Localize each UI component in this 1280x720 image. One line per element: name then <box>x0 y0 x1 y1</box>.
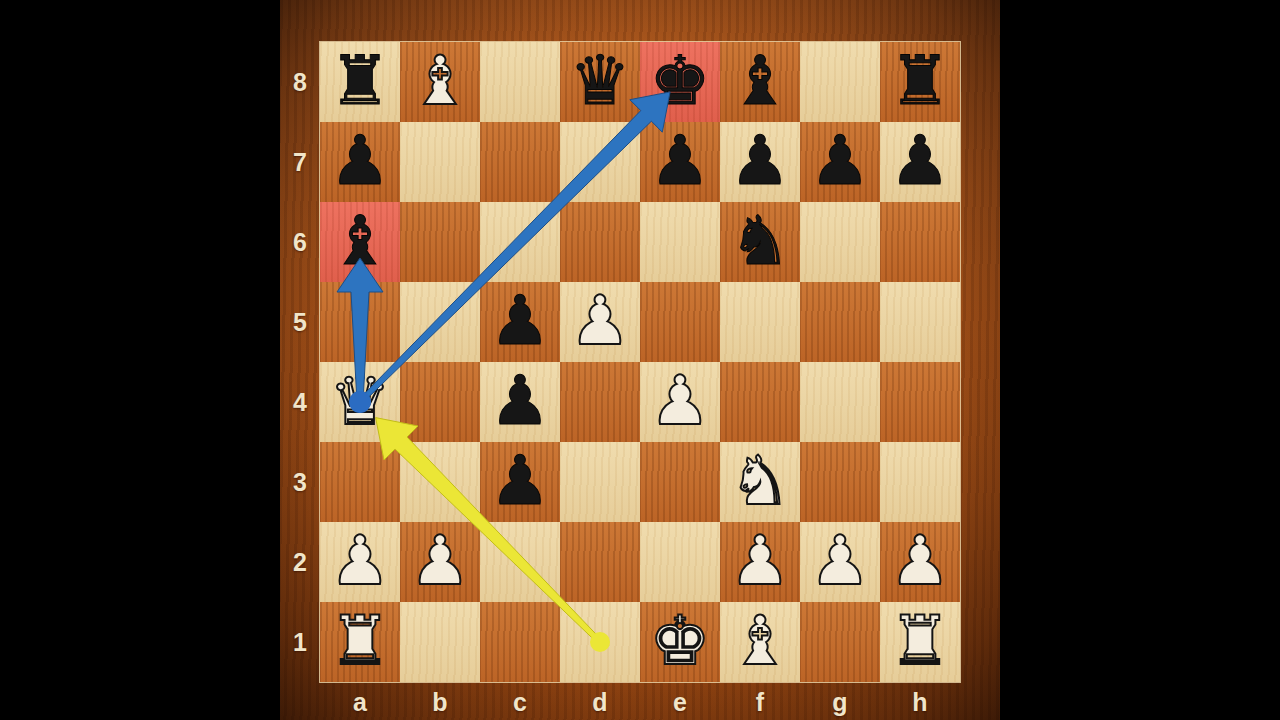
rank-label-4: 4 <box>293 388 307 417</box>
black-rook[interactable]: ♜ <box>880 42 960 122</box>
white-rook[interactable]: ♜ <box>880 602 960 682</box>
square-b7[interactable] <box>400 122 480 202</box>
file-label-g: g <box>832 688 847 717</box>
black-pawn[interactable]: ♟ <box>320 122 400 202</box>
square-d4[interactable] <box>560 362 640 442</box>
square-e5[interactable] <box>640 282 720 362</box>
square-g6[interactable] <box>800 202 880 282</box>
square-d3[interactable] <box>560 442 640 522</box>
square-g8[interactable] <box>800 42 880 122</box>
square-d1[interactable] <box>560 602 640 682</box>
square-b1[interactable] <box>400 602 480 682</box>
square-d6[interactable] <box>560 202 640 282</box>
square-f3[interactable]: ♞ <box>720 442 800 522</box>
video-frame: ♜♝♛♚♝♜♟♟♟♟♟♝♞♟♟♛♟♟♟♞♟♟♟♟♟♜♚♝♜ 87654321ab… <box>0 0 1280 720</box>
square-f7[interactable]: ♟ <box>720 122 800 202</box>
file-label-e: e <box>673 688 687 717</box>
white-knight[interactable]: ♞ <box>720 442 800 522</box>
square-a1[interactable]: ♜ <box>320 602 400 682</box>
white-pawn[interactable]: ♟ <box>400 522 480 602</box>
square-d8[interactable]: ♛ <box>560 42 640 122</box>
black-queen[interactable]: ♛ <box>560 42 640 122</box>
file-label-d: d <box>592 688 607 717</box>
square-a4[interactable]: ♛ <box>320 362 400 442</box>
white-pawn[interactable]: ♟ <box>880 522 960 602</box>
square-f6[interactable]: ♞ <box>720 202 800 282</box>
white-rook[interactable]: ♜ <box>320 602 400 682</box>
black-king[interactable]: ♚ <box>640 42 720 122</box>
square-b8[interactable]: ♝ <box>400 42 480 122</box>
square-c5[interactable]: ♟ <box>480 282 560 362</box>
square-g4[interactable] <box>800 362 880 442</box>
black-pawn[interactable]: ♟ <box>480 282 560 362</box>
rank-label-2: 2 <box>293 548 307 577</box>
file-label-h: h <box>912 688 927 717</box>
square-a7[interactable]: ♟ <box>320 122 400 202</box>
file-label-c: c <box>513 688 527 717</box>
square-b5[interactable] <box>400 282 480 362</box>
square-a3[interactable] <box>320 442 400 522</box>
black-pawn[interactable]: ♟ <box>480 362 560 442</box>
file-label-f: f <box>756 688 764 717</box>
square-f2[interactable]: ♟ <box>720 522 800 602</box>
square-e8[interactable]: ♚ <box>640 42 720 122</box>
rank-label-7: 7 <box>293 148 307 177</box>
square-b3[interactable] <box>400 442 480 522</box>
black-pawn[interactable]: ♟ <box>800 122 880 202</box>
square-f1[interactable]: ♝ <box>720 602 800 682</box>
rank-label-5: 5 <box>293 308 307 337</box>
square-g1[interactable] <box>800 602 880 682</box>
chess-board: ♜♝♛♚♝♜♟♟♟♟♟♝♞♟♟♛♟♟♟♞♟♟♟♟♟♜♚♝♜ <box>320 42 960 682</box>
square-a6[interactable]: ♝ <box>320 202 400 282</box>
square-c6[interactable] <box>480 202 560 282</box>
white-king[interactable]: ♚ <box>640 602 720 682</box>
white-queen[interactable]: ♛ <box>320 362 400 442</box>
square-a8[interactable]: ♜ <box>320 42 400 122</box>
square-f8[interactable]: ♝ <box>720 42 800 122</box>
square-h3[interactable] <box>880 442 960 522</box>
square-d7[interactable] <box>560 122 640 202</box>
white-pawn[interactable]: ♟ <box>560 282 640 362</box>
square-b6[interactable] <box>400 202 480 282</box>
white-pawn[interactable]: ♟ <box>640 362 720 442</box>
square-e3[interactable] <box>640 442 720 522</box>
square-g5[interactable] <box>800 282 880 362</box>
rank-label-8: 8 <box>293 68 307 97</box>
white-pawn[interactable]: ♟ <box>320 522 400 602</box>
square-e1[interactable]: ♚ <box>640 602 720 682</box>
white-bishop[interactable]: ♝ <box>400 42 480 122</box>
square-c8[interactable] <box>480 42 560 122</box>
square-h1[interactable]: ♜ <box>880 602 960 682</box>
square-h8[interactable]: ♜ <box>880 42 960 122</box>
square-f5[interactable] <box>720 282 800 362</box>
square-b4[interactable] <box>400 362 480 442</box>
square-a5[interactable] <box>320 282 400 362</box>
square-a2[interactable]: ♟ <box>320 522 400 602</box>
rank-label-1: 1 <box>293 628 307 657</box>
square-c1[interactable] <box>480 602 560 682</box>
square-c3[interactable]: ♟ <box>480 442 560 522</box>
square-d2[interactable] <box>560 522 640 602</box>
square-d5[interactable]: ♟ <box>560 282 640 362</box>
square-b2[interactable]: ♟ <box>400 522 480 602</box>
wooden-board-frame: ♜♝♛♚♝♜♟♟♟♟♟♝♞♟♟♛♟♟♟♞♟♟♟♟♟♜♚♝♜ 87654321ab… <box>280 0 1000 720</box>
square-g7[interactable]: ♟ <box>800 122 880 202</box>
square-e7[interactable]: ♟ <box>640 122 720 202</box>
square-e4[interactable]: ♟ <box>640 362 720 442</box>
square-c4[interactable]: ♟ <box>480 362 560 442</box>
file-label-a: a <box>353 688 367 717</box>
square-h2[interactable]: ♟ <box>880 522 960 602</box>
black-pawn[interactable]: ♟ <box>720 122 800 202</box>
square-e6[interactable] <box>640 202 720 282</box>
square-g3[interactable] <box>800 442 880 522</box>
left-black-bar <box>0 0 280 720</box>
black-pawn[interactable]: ♟ <box>480 442 560 522</box>
black-rook[interactable]: ♜ <box>320 42 400 122</box>
rank-label-6: 6 <box>293 228 307 257</box>
white-pawn[interactable]: ♟ <box>800 522 880 602</box>
square-h6[interactable] <box>880 202 960 282</box>
square-c2[interactable] <box>480 522 560 602</box>
square-h5[interactable] <box>880 282 960 362</box>
black-bishop[interactable]: ♝ <box>720 42 800 122</box>
black-pawn[interactable]: ♟ <box>880 122 960 202</box>
right-black-bar <box>1000 0 1280 720</box>
black-pawn[interactable]: ♟ <box>640 122 720 202</box>
rank-label-3: 3 <box>293 468 307 497</box>
square-f4[interactable] <box>720 362 800 442</box>
black-bishop[interactable]: ♝ <box>320 202 400 282</box>
square-e2[interactable] <box>640 522 720 602</box>
white-pawn[interactable]: ♟ <box>720 522 800 602</box>
square-h4[interactable] <box>880 362 960 442</box>
square-g2[interactable]: ♟ <box>800 522 880 602</box>
square-h7[interactable]: ♟ <box>880 122 960 202</box>
file-label-b: b <box>432 688 447 717</box>
white-bishop[interactable]: ♝ <box>720 602 800 682</box>
square-c7[interactable] <box>480 122 560 202</box>
black-knight[interactable]: ♞ <box>720 202 800 282</box>
